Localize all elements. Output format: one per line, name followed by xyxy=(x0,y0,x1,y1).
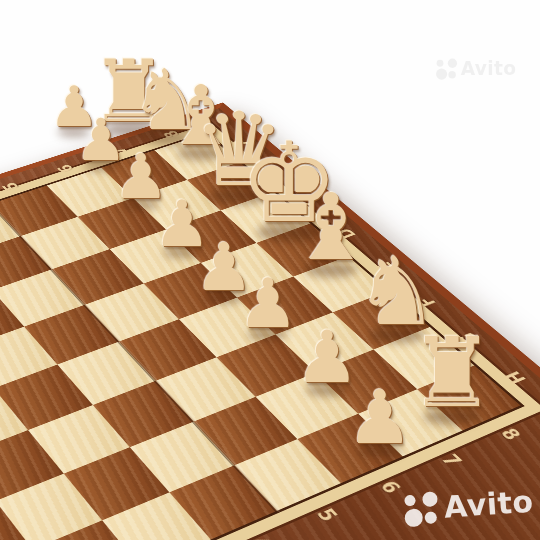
piece-white-rook-h8[interactable]: ♜ xyxy=(409,325,495,421)
listing-photo: 12345678 ABCDEFGH 12345678 ♜♞♟♝♟♛♟♚♟♝♟♞♟… xyxy=(0,0,540,540)
avito-watermark-text-faint: Avito xyxy=(461,58,516,80)
avito-logo-icon xyxy=(403,491,439,527)
coordinate-label-7: 7 xyxy=(416,434,487,488)
avito-logo-icon xyxy=(436,58,457,79)
piece-white-pawn-f7[interactable]: ♟ xyxy=(238,270,299,338)
avito-watermark-faint: Avito xyxy=(436,58,516,80)
coordinate-label-5: 5 xyxy=(292,486,362,540)
avito-watermark-text: Avito xyxy=(443,484,535,525)
piece-white-pawn-h7[interactable]: ♟ xyxy=(347,380,413,454)
